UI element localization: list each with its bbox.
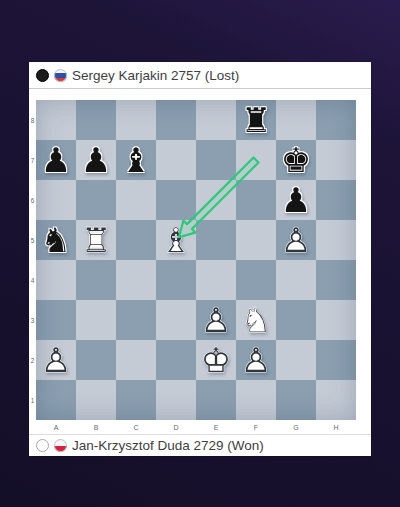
piece-layer: ♜♟♟♝♚♟♞♜♖♝♗♟♙♟♙♞♘♟♙♚♔♟♙	[36, 100, 356, 420]
piece-white-knight-f3[interactable]: ♞♘	[236, 300, 276, 340]
player-bottom-label: Jan-Krzysztof Duda 2729 (Won)	[72, 438, 264, 453]
piece-white-pawn-e3[interactable]: ♟♙	[196, 300, 236, 340]
file-labels: ABCDEFGH	[36, 420, 371, 434]
rank-label-1: 1	[29, 380, 36, 420]
rank-label-5: 5	[29, 220, 36, 260]
piece-black-bishop-c7[interactable]: ♝	[116, 140, 156, 180]
piece-black-pawn-b7[interactable]: ♟	[76, 140, 116, 180]
piece-black-knight-a5[interactable]: ♞	[36, 220, 76, 260]
black-color-disc-icon	[36, 69, 49, 82]
piece-white-pawn-f2[interactable]: ♟♙	[236, 340, 276, 380]
rank-labels: 87654321	[29, 100, 36, 420]
poland-flag-icon	[54, 439, 67, 452]
file-label-h: H	[316, 420, 356, 434]
piece-black-pawn-g6[interactable]: ♟	[276, 180, 316, 220]
rank-label-2: 2	[29, 340, 36, 380]
player-bottom: Jan-Krzysztof Duda 2729 (Won)	[29, 434, 371, 456]
rank-label-4: 4	[29, 260, 36, 300]
board-wrap: ♜♟♟♝♚♟♞♜♖♝♗♟♙♟♙♞♘♟♙♚♔♟♙	[36, 100, 356, 420]
board-zone: 87654321 ♜♟♟♝♚♟♞♜♖♝♗♟♙♟♙♞♘♟♙♚♔♟♙	[29, 100, 371, 420]
russia-flag-icon	[54, 69, 67, 82]
player-top-label: Sergey Karjakin 2757 (Lost)	[72, 68, 239, 83]
file-label-a: A	[36, 420, 76, 434]
file-label-g: G	[276, 420, 316, 434]
file-label-b: B	[76, 420, 116, 434]
rank-label-6: 6	[29, 180, 36, 220]
game-card: Sergey Karjakin 2757 (Lost) 87654321 ♜♟♟…	[29, 62, 371, 456]
piece-white-king-e2[interactable]: ♚♔	[196, 340, 236, 380]
file-label-c: C	[116, 420, 156, 434]
piece-white-pawn-a2[interactable]: ♟♙	[36, 340, 76, 380]
white-color-disc-icon	[36, 439, 49, 452]
file-label-d: D	[156, 420, 196, 434]
player-top: Sergey Karjakin 2757 (Lost)	[29, 62, 371, 89]
file-label-f: F	[236, 420, 276, 434]
piece-black-king-g7[interactable]: ♚	[276, 140, 316, 180]
piece-white-rook-b5[interactable]: ♜♖	[76, 220, 116, 260]
piece-black-rook-f8[interactable]: ♜	[236, 100, 276, 140]
piece-white-pawn-g5[interactable]: ♟♙	[276, 220, 316, 260]
rank-label-3: 3	[29, 300, 36, 340]
piece-white-bishop-d5[interactable]: ♝♗	[156, 220, 196, 260]
file-label-e: E	[196, 420, 236, 434]
rank-label-7: 7	[29, 140, 36, 180]
piece-black-pawn-a7[interactable]: ♟	[36, 140, 76, 180]
rank-label-8: 8	[29, 100, 36, 140]
